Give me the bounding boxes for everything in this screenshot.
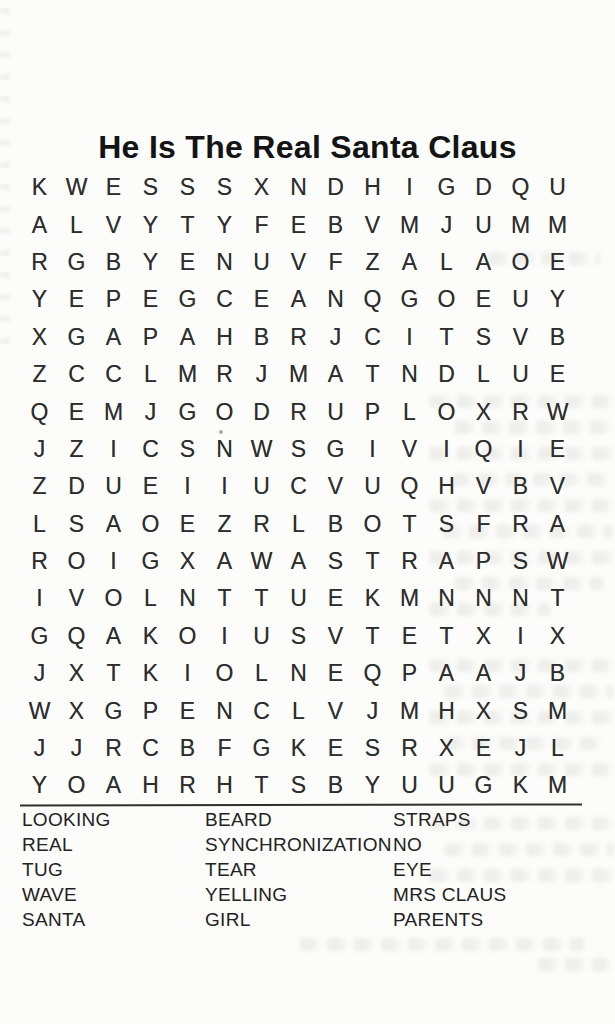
grid-cell[interactable]: A [539,506,576,543]
grid-cell[interactable]: W [539,543,576,580]
grid-cell[interactable]: E [58,393,95,430]
grid-cell[interactable]: R [206,356,243,393]
grid-cell[interactable]: E [95,169,132,206]
grid-cell[interactable]: E [317,730,354,767]
word-item: SYNCHRONIZATION [205,832,392,857]
grid-cell[interactable]: G [428,169,465,206]
grid-cell[interactable]: K [502,767,539,804]
grid-cell[interactable]: I [206,618,243,655]
grid-cell[interactable]: A [21,206,58,243]
grid-cell[interactable]: G [95,692,132,729]
grid-cell[interactable]: X [465,393,502,430]
grid-cell[interactable]: D [243,393,280,430]
grid-cell[interactable]: W [539,393,576,430]
grid-cell[interactable]: J [21,655,58,692]
grid-cell[interactable]: T [169,206,206,243]
grid-cell[interactable]: K [354,580,391,617]
grid-cell[interactable]: O [502,244,539,281]
grid-cell[interactable]: S [280,431,317,468]
grid-cell[interactable]: E [539,356,576,393]
grid-cell[interactable]: R [280,393,317,430]
grid-cell[interactable]: K [132,655,169,692]
grid-cell[interactable]: V [317,692,354,729]
grid-cell[interactable]: E [465,730,502,767]
grid-cell[interactable]: N [280,655,317,692]
grid-cell[interactable]: E [169,506,206,543]
grid-cell[interactable]: V [317,618,354,655]
grid-cell[interactable]: L [21,506,58,543]
grid-cell[interactable]: V [502,319,539,356]
grid-cell[interactable]: N [465,580,502,617]
word-item: TUG [22,857,111,882]
grid-cell[interactable]: X [58,692,95,729]
grid-cell[interactable]: I [502,618,539,655]
grid-cell[interactable]: U [502,356,539,393]
grid-cell[interactable]: G [21,618,58,655]
grid-cell[interactable]: P [132,692,169,729]
word-item: BEARD [205,807,392,832]
grid-cell[interactable]: Y [354,767,391,804]
grid-cell[interactable]: I [169,655,206,692]
grid-cell[interactable]: R [95,730,132,767]
grid-cell[interactable]: E [58,281,95,318]
grid-cell[interactable]: D [465,169,502,206]
grid-cell[interactable]: O [428,281,465,318]
grid-cell[interactable]: R [169,767,206,804]
grid-cell[interactable]: Z [354,244,391,281]
grid-cell[interactable]: A [95,618,132,655]
grid-cell[interactable]: X [169,543,206,580]
grid-cell[interactable]: H [206,319,243,356]
grid-cell[interactable]: E [465,281,502,318]
grid-cell[interactable]: G [169,393,206,430]
grid-cell[interactable]: L [539,730,576,767]
grid-cell[interactable]: S [169,431,206,468]
grid-cell[interactable]: M [169,356,206,393]
grid-cell[interactable]: V [317,468,354,505]
grid-cell[interactable]: A [465,655,502,692]
grid-cell[interactable]: H [428,468,465,505]
grid-cell[interactable]: G [132,543,169,580]
grid-cell[interactable]: E [243,281,280,318]
grid-cell[interactable]: I [95,431,132,468]
grid-cell[interactable]: U [465,206,502,243]
grid-cell[interactable]: S [206,169,243,206]
grid-cell[interactable]: M [391,206,428,243]
grid-cell[interactable]: I [502,431,539,468]
grid-cell[interactable]: W [243,543,280,580]
grid-cell[interactable]: N [280,169,317,206]
grid-cell[interactable]: U [539,169,576,206]
grid-cell[interactable]: O [206,655,243,692]
grid-cell[interactable]: M [502,206,539,243]
word-item: STRAPS [393,807,507,832]
grid-cell[interactable]: H [132,767,169,804]
grid-cell[interactable]: U [502,281,539,318]
grid-cell[interactable]: V [354,206,391,243]
grid-cell[interactable]: E [169,692,206,729]
grid-cell[interactable]: M [391,580,428,617]
grid-cell[interactable]: S [280,767,317,804]
grid-cell[interactable]: D [317,169,354,206]
grid-cell[interactable]: Z [206,506,243,543]
grid-cell[interactable]: L [280,506,317,543]
grid-cell[interactable]: C [132,730,169,767]
grid-cell[interactable]: V [58,580,95,617]
grid-cell[interactable]: A [95,767,132,804]
grid-cell[interactable]: C [206,281,243,318]
grid-cell[interactable]: B [539,319,576,356]
grid-cell[interactable]: M [539,692,576,729]
grid-cell[interactable]: A [95,506,132,543]
grid-cell[interactable]: V [539,468,576,505]
grid-cell[interactable]: I [354,431,391,468]
grid-cell[interactable]: J [354,692,391,729]
grid-cell[interactable]: T [539,580,576,617]
grid-cell[interactable]: E [317,580,354,617]
grid-cell[interactable]: T [354,543,391,580]
grid-cell[interactable]: G [169,281,206,318]
grid-cell[interactable]: E [132,468,169,505]
grid-cell[interactable]: T [95,655,132,692]
grid-cell[interactable]: O [354,506,391,543]
grid-cell[interactable]: N [428,580,465,617]
grid-cell[interactable]: V [280,244,317,281]
grid-cell[interactable]: N [206,692,243,729]
grid-cell[interactable]: I [391,319,428,356]
grid-cell[interactable]: V [95,206,132,243]
grid-cell[interactable]: G [58,319,95,356]
grid-cell[interactable]: U [428,767,465,804]
grid-cell[interactable]: T [428,618,465,655]
grid-cell[interactable]: A [206,543,243,580]
grid-cell[interactable]: F [465,506,502,543]
grid-cell[interactable]: T [206,580,243,617]
grid-cell[interactable]: Q [354,655,391,692]
grid-cell[interactable]: B [317,206,354,243]
grid-cell[interactable]: J [58,730,95,767]
grid-cell[interactable]: M [391,692,428,729]
grid-cell[interactable]: Q [21,393,58,430]
grid-cell[interactable]: R [502,393,539,430]
grid-cell[interactable]: P [132,319,169,356]
bleed-through-artifact [538,958,610,971]
grid-cell[interactable]: C [280,468,317,505]
word-list-column-2: BEARD SYNCHRONIZATION TEAR YELLING GIRL [205,807,392,932]
grid-cell[interactable]: N [502,580,539,617]
grid-cell[interactable]: L [391,393,428,430]
grid-cell[interactable]: E [317,655,354,692]
grid-cell[interactable]: A [391,244,428,281]
grid-cell[interactable]: R [21,244,58,281]
grid-cell[interactable]: E [132,281,169,318]
grid-cell[interactable]: I [21,580,58,617]
grid-cell[interactable]: U [317,393,354,430]
grid-cell[interactable]: C [354,319,391,356]
grid-cell[interactable]: Z [58,431,95,468]
grid-cell[interactable]: F [206,730,243,767]
grid-cell[interactable]: X [465,692,502,729]
word-item: SANTA [22,907,111,932]
grid-cell[interactable]: X [539,618,576,655]
grid-cell[interactable]: G [58,244,95,281]
grid-cell[interactable]: S [502,692,539,729]
scanned-puzzle-page: He Is The Real Santa Claus KWESSSXNDHIGD… [0,0,615,1024]
word-item: YELLING [205,882,392,907]
grid-cell[interactable]: R [391,730,428,767]
grid-cell[interactable]: R [391,543,428,580]
grid-cell[interactable]: B [502,468,539,505]
grid-cell[interactable]: S [354,730,391,767]
grid-cell[interactable]: N [206,244,243,281]
grid-cell[interactable]: E [391,618,428,655]
grid-cell[interactable]: P [391,655,428,692]
grid-cell[interactable]: R [280,319,317,356]
grid-cell[interactable]: B [243,319,280,356]
grid-cell[interactable]: J [502,655,539,692]
grid-cell[interactable]: N [206,431,243,468]
grid-cell[interactable]: W [21,692,58,729]
grid-cell[interactable]: L [243,655,280,692]
grid-cell[interactable]: F [317,244,354,281]
grid-cell[interactable]: H [354,169,391,206]
grid-cell[interactable]: Q [354,281,391,318]
grid-cell[interactable]: Y [132,244,169,281]
grid-cell[interactable]: P [465,543,502,580]
grid-cell[interactable]: T [243,580,280,617]
grid-cell[interactable]: U [280,580,317,617]
grid-cell[interactable]: I [391,169,428,206]
grid-cell[interactable]: C [132,431,169,468]
word-item: PARENTS [393,907,507,932]
grid-cell[interactable]: N [391,356,428,393]
word-item: NO [393,832,507,857]
grid-cell[interactable]: G [465,767,502,804]
grid-cell[interactable]: G [243,730,280,767]
grid-cell[interactable]: C [243,692,280,729]
puzzle-title: He Is The Real Santa Claus [0,130,615,164]
grid-cell[interactable]: Q [502,169,539,206]
grid-cell[interactable]: B [539,655,576,692]
grid-cell[interactable]: L [58,206,95,243]
grid-cell[interactable]: M [95,393,132,430]
grid-cell[interactable]: X [243,169,280,206]
grid-cell[interactable]: U [391,767,428,804]
word-item: LOOKING [22,807,111,832]
grid-cell[interactable]: L [280,692,317,729]
grid-cell[interactable]: M [539,767,576,804]
grid-cell[interactable]: O [58,543,95,580]
grid-cell[interactable]: I [428,431,465,468]
grid-cell[interactable]: M [280,356,317,393]
grid-cell[interactable]: S [502,543,539,580]
grid-cell[interactable]: Y [206,206,243,243]
grid-cell[interactable]: C [95,356,132,393]
grid-cell[interactable]: X [428,730,465,767]
grid-cell[interactable]: E [169,244,206,281]
grid-cell[interactable]: R [243,506,280,543]
grid-cell[interactable]: S [280,618,317,655]
grid-cell[interactable]: Z [21,468,58,505]
grid-cell[interactable]: V [391,431,428,468]
grid-cell[interactable]: U [243,618,280,655]
grid-cell[interactable]: A [280,281,317,318]
grid-cell[interactable]: L [132,580,169,617]
bleed-through-artifact [300,938,585,951]
grid-cell[interactable]: A [317,356,354,393]
grid-cell[interactable]: W [243,431,280,468]
grid-cell[interactable]: L [465,356,502,393]
grid-cell[interactable]: J [132,393,169,430]
grid-cell[interactable]: Y [21,767,58,804]
grid-cell[interactable]: O [58,767,95,804]
grid-cell[interactable]: S [132,169,169,206]
grid-cell[interactable]: H [428,692,465,729]
grid-cell[interactable]: T [354,618,391,655]
grid-cell[interactable]: U [95,468,132,505]
grid-cell[interactable]: R [21,543,58,580]
grid-cell[interactable]: Y [132,206,169,243]
grid-cell[interactable]: O [428,393,465,430]
grid-cell[interactable]: S [58,506,95,543]
grid-cell[interactable]: D [428,356,465,393]
grid-cell[interactable]: A [428,655,465,692]
grid-cell[interactable]: S [428,506,465,543]
grid-cell[interactable]: A [465,244,502,281]
grid-cell[interactable]: B [169,730,206,767]
grid-cell[interactable]: Q [58,618,95,655]
word-item: MRS CLAUS [393,882,507,907]
grid-cell[interactable]: W [58,169,95,206]
grid-cell[interactable]: F [243,206,280,243]
grid-cell[interactable]: E [280,206,317,243]
grid-cell[interactable]: U [243,468,280,505]
grid-cell[interactable]: G [391,281,428,318]
grid-cell[interactable]: J [243,356,280,393]
grid-cell[interactable]: P [95,281,132,318]
letter-grid: KWESSSXNDHIGDQUALVYTYFEBVMJUMMRGBYENUVFZ… [21,169,576,805]
grid-cell[interactable]: Q [391,468,428,505]
scan-edge-artifact [0,8,10,348]
grid-cell[interactable]: J [21,730,58,767]
grid-cell[interactable]: T [391,506,428,543]
grid-cell[interactable]: A [428,543,465,580]
grid-cell[interactable]: Y [539,281,576,318]
word-item: TEAR [205,857,392,882]
grid-cell[interactable]: S [317,543,354,580]
grid-cell[interactable]: X [21,319,58,356]
grid-cell[interactable]: S [465,319,502,356]
grid-cell[interactable]: O [169,618,206,655]
grid-cell[interactable]: T [354,356,391,393]
grid-cell[interactable]: D [58,468,95,505]
grid-cell[interactable]: A [280,543,317,580]
grid-cell[interactable]: O [206,393,243,430]
grid-cell[interactable]: S [169,169,206,206]
grid-cell[interactable]: R [502,506,539,543]
grid-cell[interactable]: U [354,468,391,505]
grid-cell[interactable]: V [465,468,502,505]
grid-cell[interactable]: T [428,319,465,356]
grid-cell[interactable]: K [280,730,317,767]
grid-cell[interactable]: L [428,244,465,281]
grid-cell[interactable]: B [95,244,132,281]
word-item: EYE [393,857,507,882]
grid-cell[interactable]: J [317,319,354,356]
grid-cell[interactable]: L [132,356,169,393]
grid-cell[interactable]: Q [465,431,502,468]
grid-cell[interactable]: O [95,580,132,617]
grid-cell[interactable]: P [354,393,391,430]
grid-cell[interactable]: Y [21,281,58,318]
grid-cell[interactable]: B [317,767,354,804]
grid-cell[interactable]: I [169,468,206,505]
grid-cell[interactable]: U [243,244,280,281]
grid-cell[interactable]: A [169,319,206,356]
grid-cell[interactable]: X [58,655,95,692]
grid-cell[interactable]: J [428,206,465,243]
grid-cell[interactable]: J [502,730,539,767]
grid-cell[interactable]: Z [21,356,58,393]
grid-cell[interactable]: J [21,431,58,468]
grid-cell[interactable]: I [206,468,243,505]
word-list-column-3: STRAPS NO EYE MRS CLAUS PARENTS [393,807,507,932]
grid-cell[interactable]: A [95,319,132,356]
grid-cell[interactable]: E [539,244,576,281]
grid-cell[interactable]: K [21,169,58,206]
grid-cell[interactable]: X [465,618,502,655]
grid-cell[interactable]: O [132,506,169,543]
grid-cell[interactable]: B [317,506,354,543]
grid-cell[interactable]: N [169,580,206,617]
word-item: WAVE [22,882,111,907]
grid-cell[interactable]: N [317,281,354,318]
word-item: GIRL [205,907,392,932]
grid-cell[interactable]: T [243,767,280,804]
grid-cell[interactable]: E [539,431,576,468]
grid-cell[interactable]: K [132,618,169,655]
word-item: REAL [22,832,111,857]
grid-cell[interactable]: M [539,206,576,243]
grid-cell[interactable]: G [317,431,354,468]
grid-cell[interactable]: H [206,767,243,804]
word-list-column-1: LOOKING REAL TUG WAVE SANTA [22,807,111,932]
grid-cell[interactable]: I [95,543,132,580]
grid-cell[interactable]: C [58,356,95,393]
